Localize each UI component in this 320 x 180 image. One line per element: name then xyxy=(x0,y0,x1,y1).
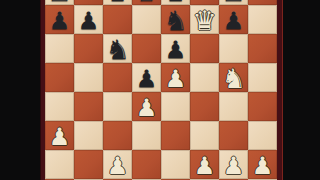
square-e2 xyxy=(161,150,190,179)
square-a4 xyxy=(45,92,74,121)
square-g7: ♟ xyxy=(219,5,248,34)
square-b1 xyxy=(74,179,103,180)
square-a7: ♟ xyxy=(45,5,74,34)
square-h2: ♟ xyxy=(248,150,277,179)
white-pawn: ♟ xyxy=(165,67,187,91)
white-pawn: ♟ xyxy=(136,96,158,120)
square-e1 xyxy=(161,179,190,180)
white-queen: ♛ xyxy=(192,7,216,34)
square-b3 xyxy=(74,121,103,150)
square-e4 xyxy=(161,92,190,121)
square-e7: ♞ xyxy=(161,5,190,34)
square-c7 xyxy=(103,5,132,34)
square-d8: ♛ xyxy=(132,0,161,5)
square-d2 xyxy=(132,150,161,179)
square-d1 xyxy=(132,179,161,180)
black-pawn: ♟ xyxy=(165,38,187,62)
white-pawn: ♟ xyxy=(49,125,71,149)
square-b7: ♟ xyxy=(74,5,103,34)
chess-board: ♜♝♛♚♜♟♟♞♛♟♞♟♟♟♞♟♟♟♟♟♟ xyxy=(45,0,277,180)
square-c8: ♝ xyxy=(103,0,132,5)
square-a6 xyxy=(45,34,74,63)
white-pawn: ♟ xyxy=(223,154,245,178)
square-d6 xyxy=(132,34,161,63)
square-h7 xyxy=(248,5,277,34)
square-f6 xyxy=(190,34,219,63)
black-rook: ♜ xyxy=(221,0,245,5)
square-c2: ♟ xyxy=(103,150,132,179)
square-f4 xyxy=(190,92,219,121)
square-b6 xyxy=(74,34,103,63)
square-h5 xyxy=(248,63,277,92)
square-e5: ♟ xyxy=(161,63,190,92)
square-a2 xyxy=(45,150,74,179)
square-b5 xyxy=(74,63,103,92)
black-pawn: ♟ xyxy=(223,9,245,33)
square-h3 xyxy=(248,121,277,150)
black-knight: ♞ xyxy=(105,36,129,63)
black-bishop: ♝ xyxy=(105,0,129,5)
square-b2 xyxy=(74,150,103,179)
white-pawn: ♟ xyxy=(107,154,129,178)
square-d5: ♟ xyxy=(132,63,161,92)
square-h6 xyxy=(248,34,277,63)
square-a5 xyxy=(45,63,74,92)
square-g4 xyxy=(219,92,248,121)
square-b4 xyxy=(74,92,103,121)
white-pawn: ♟ xyxy=(194,154,216,178)
square-g6 xyxy=(219,34,248,63)
black-knight: ♞ xyxy=(163,7,187,34)
square-e3 xyxy=(161,121,190,150)
square-f3 xyxy=(190,121,219,150)
square-g5: ♞ xyxy=(219,63,248,92)
square-g8: ♜ xyxy=(219,0,248,5)
black-pawn: ♟ xyxy=(136,67,158,91)
square-f5 xyxy=(190,63,219,92)
square-c5 xyxy=(103,63,132,92)
square-f7: ♛ xyxy=(190,5,219,34)
square-a1 xyxy=(45,179,74,180)
white-knight: ♞ xyxy=(221,65,245,92)
square-h4 xyxy=(248,92,277,121)
square-d4: ♟ xyxy=(132,92,161,121)
black-pawn: ♟ xyxy=(49,9,71,33)
black-rook: ♜ xyxy=(47,0,71,5)
white-pawn: ♟ xyxy=(252,154,274,178)
square-c4 xyxy=(103,92,132,121)
black-queen: ♛ xyxy=(134,0,158,5)
square-e6: ♟ xyxy=(161,34,190,63)
square-c3 xyxy=(103,121,132,150)
square-g3 xyxy=(219,121,248,150)
square-g2: ♟ xyxy=(219,150,248,179)
square-c6: ♞ xyxy=(103,34,132,63)
black-pawn: ♟ xyxy=(78,9,100,33)
square-f2: ♟ xyxy=(190,150,219,179)
square-a3: ♟ xyxy=(45,121,74,150)
video-frame: ♜♝♛♚♜♟♟♞♛♟♞♟♟♟♞♟♟♟♟♟♟ xyxy=(0,0,320,180)
square-a8: ♜ xyxy=(45,0,74,5)
square-d7 xyxy=(132,5,161,34)
square-d3 xyxy=(132,121,161,150)
